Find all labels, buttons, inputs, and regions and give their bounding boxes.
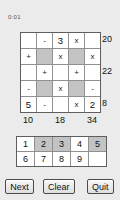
placed-number-cell[interactable]: 2 [85, 97, 100, 112]
picker-number-7[interactable]: 7 [35, 152, 52, 166]
col-target: 10 [21, 115, 35, 127]
next-button[interactable]: Next [5, 179, 34, 194]
picker-empty-cell[interactable] [89, 152, 106, 166]
picker-number-2[interactable]: 2 [35, 137, 52, 151]
number-picker: 123456789 [16, 136, 107, 167]
operator-cell: x [53, 81, 68, 96]
empty-input-cell[interactable] [85, 33, 100, 48]
operator-cell: x [69, 97, 84, 112]
picker-number-6[interactable]: 6 [17, 152, 34, 166]
operator-cell: x [69, 33, 84, 48]
row-target: 20 [102, 34, 118, 46]
operator-cell: + [69, 65, 84, 80]
quit-button[interactable]: Quit [87, 179, 114, 194]
puzzle-grid: -3x+xx++-x-5-x2 [20, 32, 101, 113]
operator-cell: + [21, 49, 36, 64]
operator-cell: x [53, 49, 68, 64]
row-target: 8 [102, 98, 118, 110]
timer: 0:01 [8, 14, 21, 20]
operator-cell: - [85, 81, 100, 96]
picker-number-9[interactable]: 9 [71, 152, 88, 166]
picker-number-4[interactable]: 4 [71, 137, 88, 151]
blocked-cell [37, 81, 52, 96]
operator-cell: x [85, 49, 100, 64]
empty-input-cell[interactable] [53, 65, 68, 80]
empty-input-cell[interactable] [85, 65, 100, 80]
operator-cell: - [37, 97, 52, 112]
col-target: 34 [85, 115, 99, 127]
row-target: 22 [102, 66, 118, 78]
app-window: 0:01 -3x+xx++-x-5-x2 20 22 8 10 18 34 12… [0, 0, 120, 200]
operator-cell: - [37, 33, 52, 48]
operator-cell: - [21, 81, 36, 96]
blocked-cell [69, 81, 84, 96]
blocked-cell [37, 49, 52, 64]
picker-number-8[interactable]: 8 [53, 152, 70, 166]
picker-number-3[interactable]: 3 [53, 137, 70, 151]
picker-number-1[interactable]: 1 [17, 137, 34, 151]
empty-input-cell[interactable] [53, 97, 68, 112]
clear-button[interactable]: Clear [43, 179, 75, 194]
picker-number-5[interactable]: 5 [89, 137, 106, 151]
operator-cell: + [37, 65, 52, 80]
col-target: 18 [53, 115, 67, 127]
empty-input-cell[interactable] [21, 65, 36, 80]
blocked-cell [69, 49, 84, 64]
placed-number-cell[interactable]: 5 [21, 97, 36, 112]
placed-number-cell[interactable]: 3 [53, 33, 68, 48]
empty-input-cell[interactable] [21, 33, 36, 48]
